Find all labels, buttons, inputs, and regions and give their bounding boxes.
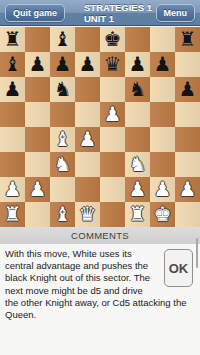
black-pawn[interactable]: ♟ (75, 52, 100, 77)
square-c2[interactable] (50, 177, 75, 202)
black-pawn[interactable]: ♟ (0, 77, 25, 102)
square-b7[interactable]: ♟ (25, 52, 50, 77)
square-c8[interactable]: ♝ (50, 27, 75, 52)
square-d3[interactable] (75, 152, 100, 177)
square-h1[interactable] (175, 202, 200, 227)
menu-button[interactable]: Menu (156, 4, 196, 22)
square-b3[interactable] (25, 152, 50, 177)
square-g5[interactable] (150, 102, 175, 127)
square-b6[interactable] (25, 77, 50, 102)
white-bishop[interactable]: ♝ (50, 127, 75, 152)
square-e6[interactable] (100, 77, 125, 102)
square-f2[interactable]: ♟ (125, 177, 150, 202)
square-f4[interactable] (125, 127, 150, 152)
square-f5[interactable] (125, 102, 150, 127)
square-g8[interactable] (150, 27, 175, 52)
black-king[interactable]: ♚ (100, 27, 125, 52)
square-b1[interactable] (25, 202, 50, 227)
navigation-bar: Quit game STRATEGIES 1 UNIT 1 Menu (0, 0, 200, 26)
square-h6[interactable]: ♟ (175, 77, 200, 102)
square-e8[interactable]: ♚ (100, 27, 125, 52)
square-d2[interactable] (75, 177, 100, 202)
square-d1[interactable]: ♛ (75, 202, 100, 227)
square-h3[interactable] (175, 152, 200, 177)
black-bishop[interactable]: ♝ (50, 27, 75, 52)
square-a2[interactable]: ♟ (0, 177, 25, 202)
square-g7[interactable]: ♟ (150, 52, 175, 77)
square-d6[interactable] (75, 77, 100, 102)
square-b5[interactable] (25, 102, 50, 127)
square-e3[interactable] (100, 152, 125, 177)
square-g6[interactable] (150, 77, 175, 102)
square-a5[interactable] (0, 102, 25, 127)
black-pawn[interactable]: ♟ (175, 77, 200, 102)
black-pawn[interactable]: ♟ (125, 52, 150, 77)
square-e7[interactable]: ♛ (100, 52, 125, 77)
white-pawn[interactable]: ♟ (100, 102, 125, 127)
square-f3[interactable]: ♞ (125, 152, 150, 177)
square-a8[interactable]: ♜ (0, 27, 25, 52)
square-c7[interactable]: ♟ (50, 52, 75, 77)
page-title: STRATEGIES 1 UNIT 1 (84, 2, 152, 24)
square-a1[interactable]: ♜ (0, 202, 25, 227)
square-a3[interactable] (0, 152, 25, 177)
square-g3[interactable] (150, 152, 175, 177)
comments-header: COMMENTS (0, 227, 200, 244)
white-pawn[interactable]: ♟ (175, 177, 200, 202)
square-d8[interactable] (75, 27, 100, 52)
square-h8[interactable]: ♜ (175, 27, 200, 52)
black-bishop[interactable]: ♝ (0, 52, 25, 77)
square-d5[interactable] (75, 102, 100, 127)
title-line1: STRATEGIES 1 (84, 2, 152, 13)
white-rook[interactable]: ♜ (125, 202, 150, 227)
square-c5[interactable] (50, 102, 75, 127)
square-d4[interactable]: ♟ (75, 127, 100, 152)
square-h2[interactable]: ♟ (175, 177, 200, 202)
square-h7[interactable] (175, 52, 200, 77)
white-pawn[interactable]: ♟ (0, 177, 25, 202)
white-pawn[interactable]: ♟ (75, 127, 100, 152)
black-knight[interactable]: ♞ (50, 77, 75, 102)
white-rook[interactable]: ♜ (0, 202, 25, 227)
square-g4[interactable] (150, 127, 175, 152)
square-f6[interactable]: ♞ (125, 77, 150, 102)
white-knight[interactable]: ♞ (125, 152, 150, 177)
square-c6[interactable]: ♞ (50, 77, 75, 102)
square-g1[interactable]: ♚ (150, 202, 175, 227)
black-knight[interactable]: ♞ (125, 77, 150, 102)
black-pawn[interactable]: ♟ (50, 52, 75, 77)
square-f1[interactable]: ♜ (125, 202, 150, 227)
white-bishop[interactable]: ♝ (50, 202, 75, 227)
square-c1[interactable]: ♝ (50, 202, 75, 227)
white-king[interactable]: ♚ (150, 202, 175, 227)
comments-header-label: COMMENTS (71, 230, 129, 241)
white-pawn[interactable]: ♟ (25, 177, 50, 202)
square-a4[interactable] (0, 127, 25, 152)
quit-game-button[interactable]: Quit game (5, 4, 65, 22)
square-a6[interactable]: ♟ (0, 77, 25, 102)
square-d7[interactable]: ♟ (75, 52, 100, 77)
square-e4[interactable] (100, 127, 125, 152)
white-queen[interactable]: ♛ (75, 202, 100, 227)
white-knight[interactable]: ♞ (50, 152, 75, 177)
square-b2[interactable]: ♟ (25, 177, 50, 202)
black-pawn[interactable]: ♟ (150, 52, 175, 77)
square-a7[interactable]: ♝ (0, 52, 25, 77)
comments-panel: OK With this move, White uses its centra… (0, 244, 200, 355)
square-e1[interactable] (100, 202, 125, 227)
square-b8[interactable] (25, 27, 50, 52)
scrollbar[interactable] (196, 238, 198, 268)
square-h4[interactable] (175, 127, 200, 152)
square-c3[interactable]: ♞ (50, 152, 75, 177)
square-e5[interactable]: ♟ (100, 102, 125, 127)
square-e2[interactable] (100, 177, 125, 202)
white-pawn[interactable]: ♟ (150, 177, 175, 202)
title-line2: UNIT 1 (84, 13, 152, 24)
square-g2[interactable]: ♟ (150, 177, 175, 202)
black-queen[interactable]: ♛ (100, 52, 125, 77)
ok-button[interactable]: OK (164, 249, 193, 287)
square-c4[interactable]: ♝ (50, 127, 75, 152)
black-rook[interactable]: ♜ (175, 27, 200, 52)
white-pawn[interactable]: ♟ (125, 177, 150, 202)
chess-board[interactable]: ♜♝♚♜♝♟♟♟♛♟♟♟♞♞♟♟♝♟♞♞♟♟♟♟♟♜♝♛♜♚ (0, 27, 200, 227)
square-f7[interactable]: ♟ (125, 52, 150, 77)
square-b4[interactable] (25, 127, 50, 152)
square-f8[interactable] (125, 27, 150, 52)
black-pawn[interactable]: ♟ (25, 52, 50, 77)
square-h5[interactable] (175, 102, 200, 127)
black-rook[interactable]: ♜ (0, 27, 25, 52)
